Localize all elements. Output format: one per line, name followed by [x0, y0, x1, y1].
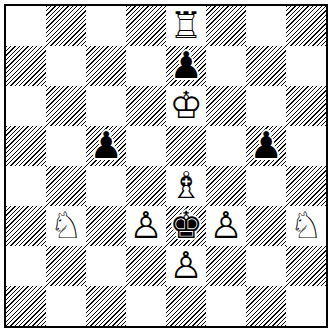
square-c3[interactable]: [86, 206, 126, 246]
white-rook-e8[interactable]: ♖: [169, 6, 202, 46]
square-b2[interactable]: [46, 246, 86, 286]
square-f6[interactable]: [206, 86, 246, 126]
square-g4[interactable]: [246, 166, 286, 206]
square-g8[interactable]: [246, 6, 286, 46]
square-b5[interactable]: [46, 126, 86, 166]
square-e2[interactable]: ♙: [166, 246, 206, 286]
square-d6[interactable]: [126, 86, 166, 126]
square-b6[interactable]: [46, 86, 86, 126]
white-king-e6[interactable]: ♔: [169, 86, 202, 126]
square-d2[interactable]: [126, 246, 166, 286]
square-h4[interactable]: [286, 166, 326, 206]
square-b7[interactable]: [46, 46, 86, 86]
square-h6[interactable]: [286, 86, 326, 126]
square-a3[interactable]: [6, 206, 46, 246]
white-pawn-d3[interactable]: ♙: [129, 206, 162, 246]
square-g6[interactable]: [246, 86, 286, 126]
square-e7[interactable]: ♟: [166, 46, 206, 86]
square-f4[interactable]: [206, 166, 246, 206]
square-c5[interactable]: ♟: [86, 126, 126, 166]
square-f3[interactable]: ♙: [206, 206, 246, 246]
chess-board-frame: ♖♟♔♟♟♗♘♙♚♙♘♙: [4, 4, 328, 328]
square-h5[interactable]: [286, 126, 326, 166]
square-c6[interactable]: [86, 86, 126, 126]
square-c8[interactable]: [86, 6, 126, 46]
square-c4[interactable]: [86, 166, 126, 206]
square-f7[interactable]: [206, 46, 246, 86]
square-f1[interactable]: [206, 286, 246, 326]
black-king-e3[interactable]: ♚: [169, 206, 202, 246]
square-g5[interactable]: ♟: [246, 126, 286, 166]
square-a6[interactable]: [6, 86, 46, 126]
square-d4[interactable]: [126, 166, 166, 206]
square-g3[interactable]: [246, 206, 286, 246]
black-pawn-e7[interactable]: ♟: [169, 46, 202, 86]
square-e3[interactable]: ♚: [166, 206, 206, 246]
square-a1[interactable]: [6, 286, 46, 326]
square-f8[interactable]: [206, 6, 246, 46]
black-pawn-g5[interactable]: ♟: [249, 126, 282, 166]
square-f5[interactable]: [206, 126, 246, 166]
square-f2[interactable]: [206, 246, 246, 286]
square-h1[interactable]: [286, 286, 326, 326]
square-e6[interactable]: ♔: [166, 86, 206, 126]
square-g2[interactable]: [246, 246, 286, 286]
white-pawn-f3[interactable]: ♙: [209, 206, 242, 246]
square-b8[interactable]: [46, 6, 86, 46]
square-a8[interactable]: [6, 6, 46, 46]
square-e5[interactable]: [166, 126, 206, 166]
square-d8[interactable]: [126, 6, 166, 46]
square-e4[interactable]: ♗: [166, 166, 206, 206]
square-d1[interactable]: [126, 286, 166, 326]
square-c7[interactable]: [86, 46, 126, 86]
square-d3[interactable]: ♙: [126, 206, 166, 246]
white-pawn-e2[interactable]: ♙: [169, 246, 202, 286]
square-g1[interactable]: [246, 286, 286, 326]
square-d7[interactable]: [126, 46, 166, 86]
square-h3[interactable]: ♘: [286, 206, 326, 246]
square-b1[interactable]: [46, 286, 86, 326]
square-a5[interactable]: [6, 126, 46, 166]
square-a4[interactable]: [6, 166, 46, 206]
square-c2[interactable]: [86, 246, 126, 286]
square-a2[interactable]: [6, 246, 46, 286]
white-knight-b3[interactable]: ♘: [49, 206, 82, 246]
square-h2[interactable]: [286, 246, 326, 286]
square-b4[interactable]: [46, 166, 86, 206]
square-e1[interactable]: [166, 286, 206, 326]
square-e8[interactable]: ♖: [166, 6, 206, 46]
square-a7[interactable]: [6, 46, 46, 86]
white-knight-h3[interactable]: ♘: [289, 206, 322, 246]
white-bishop-e4[interactable]: ♗: [169, 166, 202, 206]
square-d5[interactable]: [126, 126, 166, 166]
square-g7[interactable]: [246, 46, 286, 86]
black-pawn-c5[interactable]: ♟: [89, 126, 122, 166]
chess-board: ♖♟♔♟♟♗♘♙♚♙♘♙: [6, 6, 326, 326]
square-h7[interactable]: [286, 46, 326, 86]
square-h8[interactable]: [286, 6, 326, 46]
square-b3[interactable]: ♘: [46, 206, 86, 246]
square-c1[interactable]: [86, 286, 126, 326]
